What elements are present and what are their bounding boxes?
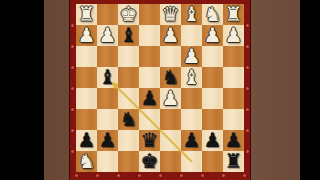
border-tick-dot (117, 174, 120, 177)
square-h6 (76, 109, 97, 130)
square-b2: ♟ (202, 25, 223, 46)
piece-white-pawn: ♟ (204, 25, 222, 46)
square-d6 (160, 109, 181, 130)
square-e1 (139, 4, 160, 25)
square-c2 (181, 25, 202, 46)
square-d1: ♛ (160, 4, 181, 25)
piece-black-queen: ♛ (141, 130, 159, 151)
piece-white-pawn: ♟ (78, 25, 96, 46)
video-frame: ♜♚♛♝♞♜♟♟♝♟♟♟♟♝♞♝♟♟♞♟♟♛♟♟♟♞♚♜ (0, 0, 320, 180)
square-h4 (76, 67, 97, 88)
square-e8: ♚ (139, 151, 160, 172)
square-f3 (118, 46, 139, 67)
piece-white-queen: ♛ (162, 4, 180, 25)
square-g7: ♟ (97, 130, 118, 151)
square-c3: ♟ (181, 46, 202, 67)
piece-black-king: ♚ (141, 151, 159, 172)
piece-black-pawn: ♟ (183, 130, 201, 151)
square-e2 (139, 25, 160, 46)
square-c1: ♝ (181, 4, 202, 25)
piece-white-king: ♚ (120, 4, 138, 25)
border-tick-dot (71, 108, 74, 111)
square-c5 (181, 88, 202, 109)
square-d4: ♞ (160, 67, 181, 88)
border-tick-dot (138, 174, 141, 177)
piece-black-knight: ♞ (120, 109, 138, 130)
piece-black-bishop: ♝ (120, 25, 138, 46)
piece-white-bishop: ♝ (183, 4, 201, 25)
square-c4: ♝ (181, 67, 202, 88)
border-tick-dot (246, 45, 249, 48)
square-h2: ♟ (76, 25, 97, 46)
square-c6 (181, 109, 202, 130)
border-tick-dot (201, 174, 204, 177)
square-f7 (118, 130, 139, 151)
border-tick-dot (246, 87, 249, 90)
border-tick-dot (246, 24, 249, 27)
piece-black-pawn: ♟ (78, 130, 96, 151)
square-d7 (160, 130, 181, 151)
square-d5: ♟ (160, 88, 181, 109)
square-h1: ♜ (76, 4, 97, 25)
border-tick-dot (71, 45, 74, 48)
piece-white-knight: ♞ (204, 4, 222, 25)
square-g2: ♟ (97, 25, 118, 46)
square-g5 (97, 88, 118, 109)
square-a7: ♟ (223, 130, 244, 151)
border-tick-dot (96, 174, 99, 177)
square-a3 (223, 46, 244, 67)
piece-white-pawn: ♟ (162, 25, 180, 46)
square-b7: ♟ (202, 130, 223, 151)
square-c8 (181, 151, 202, 172)
square-e3 (139, 46, 160, 67)
square-b3 (202, 46, 223, 67)
square-h8: ♞ (76, 151, 97, 172)
border-tick-dot (246, 150, 249, 153)
square-a4 (223, 67, 244, 88)
piece-white-pawn: ♟ (99, 25, 117, 46)
border-tick-dot (159, 174, 162, 177)
piece-black-pawn: ♟ (204, 130, 222, 151)
border-tick-dot (71, 150, 74, 153)
square-g1 (97, 4, 118, 25)
square-b6 (202, 109, 223, 130)
piece-black-bishop: ♝ (99, 67, 117, 88)
border-tick-dot (71, 129, 74, 132)
square-f2: ♝ (118, 25, 139, 46)
board: ♜♚♛♝♞♜♟♟♝♟♟♟♟♝♞♝♟♟♞♟♟♛♟♟♟♞♚♜ (76, 4, 244, 172)
square-d3 (160, 46, 181, 67)
square-f8 (118, 151, 139, 172)
square-e5: ♟ (139, 88, 160, 109)
piece-black-rook: ♜ (225, 151, 243, 172)
border-tick-dot (246, 129, 249, 132)
square-b8 (202, 151, 223, 172)
square-h5 (76, 88, 97, 109)
square-b5 (202, 88, 223, 109)
border-tick-dot (246, 108, 249, 111)
piece-white-rook: ♜ (78, 4, 96, 25)
border-tick-dot (222, 174, 225, 177)
square-g4: ♝ (97, 67, 118, 88)
square-a5 (223, 88, 244, 109)
square-g8 (97, 151, 118, 172)
square-b1: ♞ (202, 4, 223, 25)
square-e6 (139, 109, 160, 130)
square-f5 (118, 88, 139, 109)
square-h3 (76, 46, 97, 67)
square-g6 (97, 109, 118, 130)
square-f4 (118, 67, 139, 88)
square-g3 (97, 46, 118, 67)
piece-white-knight: ♞ (78, 151, 96, 172)
piece-black-pawn: ♟ (225, 130, 243, 151)
board-frame: ♜♚♛♝♞♜♟♟♝♟♟♟♟♝♞♝♟♟♞♟♟♛♟♟♟♞♚♜ (70, 0, 250, 180)
piece-black-pawn: ♟ (141, 88, 159, 109)
border-tick-dot (246, 66, 249, 69)
piece-white-pawn: ♟ (225, 25, 243, 46)
piece-white-bishop: ♝ (183, 67, 201, 88)
square-d2: ♟ (160, 25, 181, 46)
square-b4 (202, 67, 223, 88)
square-a6 (223, 109, 244, 130)
border-tick-dot (243, 174, 246, 177)
piece-white-rook: ♜ (225, 4, 243, 25)
piece-white-pawn: ♟ (183, 46, 201, 67)
square-c7: ♟ (181, 130, 202, 151)
square-a8: ♜ (223, 151, 244, 172)
square-a2: ♟ (223, 25, 244, 46)
square-h7: ♟ (76, 130, 97, 151)
border-tick-dot (71, 87, 74, 90)
square-e7: ♛ (139, 130, 160, 151)
square-f1: ♚ (118, 4, 139, 25)
border-tick-dot (75, 174, 78, 177)
letterbox-left (0, 0, 44, 180)
border-tick-dot (71, 24, 74, 27)
square-a1: ♜ (223, 4, 244, 25)
letterbox-right (300, 0, 320, 180)
square-d8 (160, 151, 181, 172)
border-tick-dot (180, 174, 183, 177)
border-tick-dot (71, 66, 74, 69)
piece-black-knight: ♞ (162, 67, 180, 88)
piece-black-pawn: ♟ (99, 130, 117, 151)
square-f6: ♞ (118, 109, 139, 130)
square-e4 (139, 67, 160, 88)
piece-white-pawn: ♟ (162, 88, 180, 109)
